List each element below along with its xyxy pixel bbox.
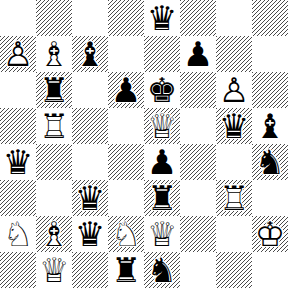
- square-g4[interactable]: [216, 144, 252, 180]
- square-e1[interactable]: ♞♞: [144, 252, 180, 288]
- square-g5[interactable]: ♛♛: [216, 108, 252, 144]
- white-queen-piece[interactable]: ♛♕: [36, 252, 72, 288]
- black-bishop-glyph: ♝: [252, 108, 288, 144]
- square-e6[interactable]: ♚♚: [144, 72, 180, 108]
- square-h1[interactable]: [252, 252, 288, 288]
- black-bishop-piece[interactable]: ♝♝: [252, 108, 288, 144]
- square-e7[interactable]: [144, 36, 180, 72]
- square-b4[interactable]: [36, 144, 72, 180]
- white-rook-piece[interactable]: ♜♖: [36, 108, 72, 144]
- black-queen-piece[interactable]: ♛♛: [0, 144, 36, 180]
- black-queen-glyph: ♛: [72, 216, 108, 252]
- square-c3[interactable]: ♛♛: [72, 180, 108, 216]
- square-h3[interactable]: [252, 180, 288, 216]
- white-queen-glyph: ♕: [144, 216, 180, 252]
- square-f7[interactable]: ♟♟: [180, 36, 216, 72]
- square-f1[interactable]: [180, 252, 216, 288]
- white-queen-glyph: ♕: [36, 252, 72, 288]
- square-g7[interactable]: [216, 36, 252, 72]
- white-knight-glyph: ♘: [108, 216, 144, 252]
- black-rook-glyph: ♜: [36, 72, 72, 108]
- white-bishop-glyph: ♗: [36, 216, 72, 252]
- square-a2[interactable]: ♞♘: [0, 216, 36, 252]
- square-b2[interactable]: ♝♗: [36, 216, 72, 252]
- square-e3[interactable]: ♜♜: [144, 180, 180, 216]
- black-bishop-piece[interactable]: ♝♝: [72, 36, 108, 72]
- square-f8[interactable]: [180, 0, 216, 36]
- square-g2[interactable]: [216, 216, 252, 252]
- black-queen-piece[interactable]: ♛♛: [72, 180, 108, 216]
- black-queen-glyph: ♛: [0, 144, 36, 180]
- black-pawn-glyph: ♟: [180, 36, 216, 72]
- white-knight-piece[interactable]: ♞♘: [108, 216, 144, 252]
- square-g1[interactable]: [216, 252, 252, 288]
- square-e2[interactable]: ♛♕: [144, 216, 180, 252]
- black-pawn-piece[interactable]: ♟♟: [180, 36, 216, 72]
- square-c4[interactable]: [72, 144, 108, 180]
- white-rook-piece[interactable]: ♜♖: [216, 180, 252, 216]
- chess-diagram: ♛♛♟♙♝♗♝♝♟♟♜♜♟♟♚♚♟♙♜♖♛♕♛♛♝♝♛♛♟♟♞♞♛♛♜♜♜♖♞♘…: [0, 0, 288, 288]
- white-bishop-piece[interactable]: ♝♗: [36, 216, 72, 252]
- square-a7[interactable]: ♟♙: [0, 36, 36, 72]
- square-f6[interactable]: [180, 72, 216, 108]
- black-bishop-glyph: ♝: [72, 36, 108, 72]
- square-c5[interactable]: [72, 108, 108, 144]
- black-queen-glyph: ♛: [72, 180, 108, 216]
- white-knight-piece[interactable]: ♞♘: [0, 216, 36, 252]
- square-b5[interactable]: ♜♖: [36, 108, 72, 144]
- square-c7[interactable]: ♝♝: [72, 36, 108, 72]
- square-h5[interactable]: ♝♝: [252, 108, 288, 144]
- square-f3[interactable]: [180, 180, 216, 216]
- square-g8[interactable]: [216, 0, 252, 36]
- square-a5[interactable]: [0, 108, 36, 144]
- black-pawn-piece[interactable]: ♟♟: [108, 72, 144, 108]
- black-knight-piece[interactable]: ♞♞: [144, 252, 180, 288]
- white-pawn-piece[interactable]: ♟♙: [216, 72, 252, 108]
- square-d6[interactable]: ♟♟: [108, 72, 144, 108]
- square-d3[interactable]: [108, 180, 144, 216]
- square-b8[interactable]: [36, 0, 72, 36]
- square-h2[interactable]: ♚♔: [252, 216, 288, 252]
- white-king-glyph: ♔: [252, 216, 288, 252]
- square-c8[interactable]: [72, 0, 108, 36]
- square-e5[interactable]: ♛♕: [144, 108, 180, 144]
- black-queen-glyph: ♛: [216, 108, 252, 144]
- black-queen-piece[interactable]: ♛♛: [72, 216, 108, 252]
- white-pawn-piece[interactable]: ♟♙: [0, 36, 36, 72]
- black-pawn-glyph: ♟: [144, 144, 180, 180]
- square-d2[interactable]: ♞♘: [108, 216, 144, 252]
- black-king-glyph: ♚: [144, 72, 180, 108]
- black-pawn-glyph: ♟: [108, 72, 144, 108]
- white-rook-glyph: ♖: [216, 180, 252, 216]
- square-g6[interactable]: ♟♙: [216, 72, 252, 108]
- square-h7[interactable]: [252, 36, 288, 72]
- black-knight-glyph: ♞: [144, 252, 180, 288]
- square-b3[interactable]: [36, 180, 72, 216]
- square-a6[interactable]: [0, 72, 36, 108]
- white-rook-glyph: ♖: [36, 108, 72, 144]
- square-d7[interactable]: [108, 36, 144, 72]
- black-king-piece[interactable]: ♚♚: [144, 72, 180, 108]
- square-c1[interactable]: [72, 252, 108, 288]
- white-pawn-glyph: ♙: [216, 72, 252, 108]
- square-e8[interactable]: ♛♛: [144, 0, 180, 36]
- square-c6[interactable]: [72, 72, 108, 108]
- white-king-piece[interactable]: ♚♔: [252, 216, 288, 252]
- square-h4[interactable]: ♞♞: [252, 144, 288, 180]
- white-queen-glyph: ♕: [144, 108, 180, 144]
- black-queen-piece[interactable]: ♛♛: [216, 108, 252, 144]
- black-rook-piece[interactable]: ♜♜: [36, 72, 72, 108]
- white-queen-piece[interactable]: ♛♕: [144, 108, 180, 144]
- black-rook-piece[interactable]: ♜♜: [108, 252, 144, 288]
- square-f2[interactable]: [180, 216, 216, 252]
- square-c2[interactable]: ♛♛: [72, 216, 108, 252]
- white-knight-glyph: ♘: [0, 216, 36, 252]
- square-d5[interactable]: [108, 108, 144, 144]
- black-pawn-piece[interactable]: ♟♟: [144, 144, 180, 180]
- square-f5[interactable]: [180, 108, 216, 144]
- square-h6[interactable]: [252, 72, 288, 108]
- square-a3[interactable]: [0, 180, 36, 216]
- square-b7[interactable]: ♝♗: [36, 36, 72, 72]
- square-b6[interactable]: ♜♜: [36, 72, 72, 108]
- square-d4[interactable]: [108, 144, 144, 180]
- black-rook-glyph: ♜: [108, 252, 144, 288]
- square-a8[interactable]: [0, 0, 36, 36]
- square-d8[interactable]: [108, 0, 144, 36]
- square-b1[interactable]: ♛♕: [36, 252, 72, 288]
- black-queen-piece[interactable]: ♛♛: [144, 0, 180, 36]
- white-bishop-piece[interactable]: ♝♗: [36, 36, 72, 72]
- square-e4[interactable]: ♟♟: [144, 144, 180, 180]
- black-rook-piece[interactable]: ♜♜: [144, 180, 180, 216]
- square-a1[interactable]: [0, 252, 36, 288]
- square-h8[interactable]: [252, 0, 288, 36]
- white-queen-piece[interactable]: ♛♕: [144, 216, 180, 252]
- black-rook-glyph: ♜: [144, 180, 180, 216]
- square-g3[interactable]: ♜♖: [216, 180, 252, 216]
- square-d1[interactable]: ♜♜: [108, 252, 144, 288]
- black-queen-glyph: ♛: [144, 0, 180, 36]
- square-f4[interactable]: [180, 144, 216, 180]
- black-knight-glyph: ♞: [252, 144, 288, 180]
- white-bishop-glyph: ♗: [36, 36, 72, 72]
- black-knight-piece[interactable]: ♞♞: [252, 144, 288, 180]
- square-a4[interactable]: ♛♛: [0, 144, 36, 180]
- white-pawn-glyph: ♙: [0, 36, 36, 72]
- chess-board: ♛♛♟♙♝♗♝♝♟♟♜♜♟♟♚♚♟♙♜♖♛♕♛♛♝♝♛♛♟♟♞♞♛♛♜♜♜♖♞♘…: [0, 0, 288, 288]
